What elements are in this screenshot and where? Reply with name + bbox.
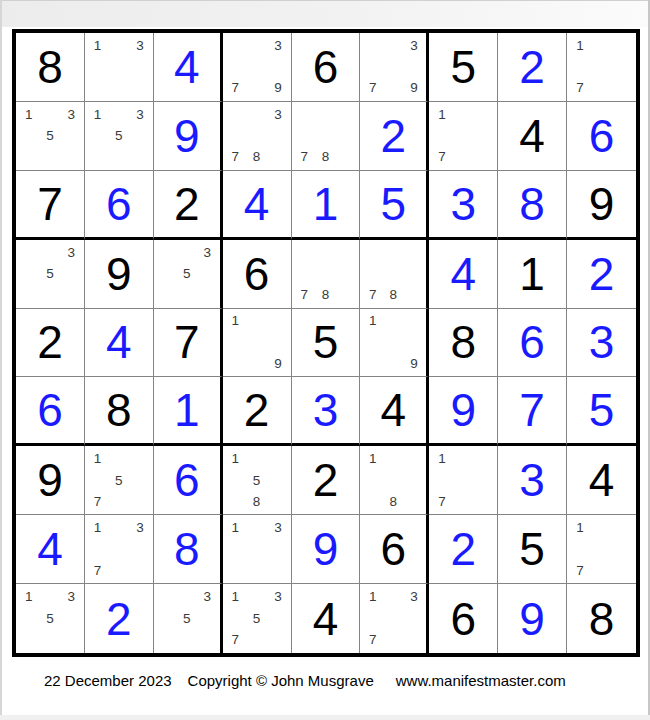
pencil-mark-3: 3 — [267, 586, 288, 608]
solved-digit: 9 — [519, 596, 545, 642]
pencil-mark-8: 8 — [315, 146, 336, 167]
footer: 22 December 2023Copyright © John Musgrav… — [44, 672, 566, 689]
pencil-mark-5: 5 — [246, 608, 267, 630]
pencil-mark-3: 3 — [267, 104, 288, 125]
cell-r2c3[interactable]: 9 — [154, 102, 223, 171]
given-digit: 6 — [313, 44, 339, 90]
solved-digit: 2 — [589, 251, 615, 297]
cell-r3c9[interactable]: 9 — [567, 171, 636, 240]
solved-digit: 6 — [37, 387, 63, 433]
pencil-marks: 137 — [362, 586, 424, 651]
cell-r7c2[interactable]: 157 — [85, 446, 154, 515]
solved-digit: 9 — [313, 526, 339, 572]
cell-r9c4[interactable]: 1357 — [223, 584, 292, 653]
pencil-mark-1: 1 — [569, 35, 591, 56]
pencil-mark-3: 3 — [61, 242, 82, 263]
solved-digit: 4 — [106, 319, 132, 365]
pencil-mark-8: 8 — [246, 491, 267, 512]
footer-copyright: Copyright © John Musgrave — [188, 672, 374, 689]
cell-r8c8[interactable]: 5 — [498, 515, 567, 584]
pencil-marks: 13 — [225, 517, 289, 581]
cell-r7c6[interactable]: 18 — [360, 446, 429, 515]
cell-r4c8[interactable]: 1 — [498, 240, 567, 309]
cell-r6c4[interactable]: 2 — [223, 377, 292, 446]
cell-r8c7[interactable]: 2 — [429, 515, 498, 584]
given-digit: 9 — [37, 457, 63, 503]
pencil-mark-5: 5 — [39, 608, 60, 630]
cell-r4c1[interactable]: 35 — [16, 240, 85, 309]
solved-digit: 1 — [174, 387, 200, 433]
solved-digit: 6 — [589, 113, 615, 159]
pencil-mark-9: 9 — [267, 353, 288, 374]
solved-digit: 3 — [450, 181, 476, 227]
pencil-mark-1: 1 — [362, 311, 383, 332]
pencil-marks: 135 — [18, 586, 82, 651]
cell-r1c3[interactable]: 4 — [154, 33, 223, 102]
pencil-marks: 78 — [362, 242, 424, 306]
pencil-mark-7: 7 — [87, 560, 108, 581]
pencil-marks: 19 — [362, 311, 424, 375]
cell-r6c9[interactable]: 5 — [567, 377, 636, 446]
cell-r5c6[interactable]: 19 — [360, 309, 429, 378]
pencil-mark-7: 7 — [362, 284, 383, 305]
solved-digit: 2 — [106, 596, 132, 642]
pencil-mark-8: 8 — [383, 491, 404, 512]
given-digit: 4 — [589, 457, 615, 503]
pencil-marks: 135 — [87, 104, 151, 168]
cell-r8c5[interactable]: 9 — [292, 515, 361, 584]
cell-r3c2[interactable]: 6 — [85, 171, 154, 240]
given-digit: 7 — [37, 181, 63, 227]
cell-r6c1[interactable]: 6 — [16, 377, 85, 446]
cell-r6c7[interactable]: 9 — [429, 377, 498, 446]
pencil-marks: 378 — [225, 104, 289, 168]
pencil-mark-1: 1 — [18, 104, 39, 125]
solved-digit: 2 — [381, 113, 407, 159]
pencil-mark-1: 1 — [18, 586, 39, 608]
solved-digit: 8 — [519, 181, 545, 227]
solved-digit: 7 — [519, 387, 545, 433]
cell-r4c6[interactable]: 78 — [360, 240, 429, 309]
cell-r1c2[interactable]: 13 — [85, 33, 154, 102]
cell-r4c3[interactable]: 35 — [154, 240, 223, 309]
cell-r6c5[interactable]: 3 — [292, 377, 361, 446]
cell-r4c4[interactable]: 6 — [223, 240, 292, 309]
cell-r9c8[interactable]: 9 — [498, 584, 567, 653]
sudoku-board: 8134379637952171351359378782174676241538… — [12, 29, 640, 657]
cell-r9c3[interactable]: 35 — [154, 584, 223, 653]
cell-r3c4[interactable]: 4 — [223, 171, 292, 240]
pencil-marks: 17 — [569, 35, 634, 99]
given-digit: 6 — [450, 596, 476, 642]
pencil-mark-1: 1 — [431, 104, 452, 125]
cell-r5c8[interactable]: 6 — [498, 309, 567, 378]
cell-r1c5[interactable]: 6 — [292, 33, 361, 102]
cell-r5c4[interactable]: 19 — [223, 309, 292, 378]
pencil-marks: 18 — [362, 448, 424, 512]
solved-digit: 8 — [174, 526, 200, 572]
cell-r2c7[interactable]: 17 — [429, 102, 498, 171]
cell-r6c8[interactable]: 7 — [498, 377, 567, 446]
pencil-mark-5: 5 — [176, 608, 197, 630]
pencil-marks: 35 — [156, 586, 218, 651]
pencil-mark-3: 3 — [404, 35, 425, 56]
cell-r2c8[interactable]: 4 — [498, 102, 567, 171]
pencil-mark-3: 3 — [197, 586, 218, 608]
cell-r8c1[interactable]: 4 — [16, 515, 85, 584]
pencil-mark-7: 7 — [431, 491, 452, 512]
solved-digit: 6 — [519, 319, 545, 365]
pencil-marks: 1357 — [225, 586, 289, 651]
cell-r4c7[interactable]: 4 — [429, 240, 498, 309]
cell-r7c7[interactable]: 17 — [429, 446, 498, 515]
pencil-mark-8: 8 — [246, 146, 267, 167]
pencil-mark-3: 3 — [404, 586, 425, 608]
given-digit: 4 — [313, 596, 339, 642]
cell-r3c7[interactable]: 3 — [429, 171, 498, 240]
pencil-marks: 35 — [18, 242, 82, 306]
pencil-mark-1: 1 — [87, 448, 108, 469]
cell-r5c5[interactable]: 5 — [292, 309, 361, 378]
solved-digit: 3 — [313, 387, 339, 433]
cell-r8c9[interactable]: 17 — [567, 515, 636, 584]
cell-r9c1[interactable]: 135 — [16, 584, 85, 653]
pencil-marks: 158 — [225, 448, 289, 512]
pencil-mark-5: 5 — [176, 263, 197, 284]
given-digit: 2 — [174, 181, 200, 227]
cell-r9c5[interactable]: 4 — [292, 584, 361, 653]
cell-r7c3[interactable]: 6 — [154, 446, 223, 515]
solved-digit: 4 — [450, 251, 476, 297]
cell-r2c6[interactable]: 2 — [360, 102, 429, 171]
pencil-mark-1: 1 — [362, 586, 383, 608]
pencil-marks: 17 — [431, 448, 495, 512]
pencil-mark-1: 1 — [225, 586, 246, 608]
pencil-mark-7: 7 — [225, 78, 246, 99]
given-digit: 8 — [37, 44, 63, 90]
pencil-mark-5: 5 — [108, 125, 129, 146]
pencil-mark-3: 3 — [61, 586, 82, 608]
cell-r9c7[interactable]: 6 — [429, 584, 498, 653]
cell-r2c4[interactable]: 378 — [223, 102, 292, 171]
cell-r4c9[interactable]: 2 — [567, 240, 636, 309]
pencil-mark-7: 7 — [225, 146, 246, 167]
cell-r9c6[interactable]: 137 — [360, 584, 429, 653]
cell-r3c5[interactable]: 1 — [292, 171, 361, 240]
given-digit: 8 — [589, 596, 615, 642]
pencil-mark-7: 7 — [362, 629, 383, 651]
pencil-marks: 379 — [362, 35, 424, 99]
cell-r3c3[interactable]: 2 — [154, 171, 223, 240]
solved-digit: 5 — [589, 387, 615, 433]
given-digit: 9 — [589, 181, 615, 227]
solved-digit: 9 — [174, 113, 200, 159]
given-digit: 8 — [106, 387, 132, 433]
given-digit: 7 — [174, 319, 200, 365]
given-digit: 6 — [381, 526, 407, 572]
given-digit: 9 — [106, 251, 132, 297]
pencil-mark-3: 3 — [129, 35, 150, 56]
pencil-marks: 35 — [156, 242, 218, 306]
pencil-mark-5: 5 — [39, 125, 60, 146]
given-digit: 4 — [519, 113, 545, 159]
pencil-mark-7: 7 — [294, 146, 315, 167]
pencil-mark-3: 3 — [267, 35, 288, 56]
pencil-mark-1: 1 — [225, 311, 246, 332]
cell-r1c9[interactable]: 17 — [567, 33, 636, 102]
cell-r1c7[interactable]: 5 — [429, 33, 498, 102]
cell-r9c2[interactable]: 2 — [85, 584, 154, 653]
solved-digit: 4 — [174, 44, 200, 90]
given-digit: 2 — [37, 319, 63, 365]
cell-r5c1[interactable]: 2 — [16, 309, 85, 378]
pencil-marks: 78 — [294, 104, 358, 168]
pencil-mark-7: 7 — [225, 629, 246, 651]
cell-r7c9[interactable]: 4 — [567, 446, 636, 515]
solved-digit: 6 — [174, 457, 200, 503]
pencil-mark-3: 3 — [267, 517, 288, 538]
pencil-mark-1: 1 — [569, 517, 591, 538]
given-digit: 4 — [381, 387, 407, 433]
pencil-marks: 19 — [225, 311, 289, 375]
cell-r3c8[interactable]: 8 — [498, 171, 567, 240]
pencil-mark-3: 3 — [61, 104, 82, 125]
given-digit: 2 — [313, 457, 339, 503]
page-left-edge — [0, 0, 2, 720]
pencil-mark-1: 1 — [225, 448, 246, 469]
pencil-mark-1: 1 — [225, 517, 246, 538]
pencil-marks: 135 — [18, 104, 82, 168]
pencil-mark-7: 7 — [294, 284, 315, 305]
pencil-marks: 157 — [87, 448, 151, 512]
cell-r3c6[interactable]: 5 — [360, 171, 429, 240]
pencil-mark-1: 1 — [362, 448, 383, 469]
given-digit: 5 — [519, 526, 545, 572]
solved-digit: 9 — [450, 387, 476, 433]
cell-r9c9[interactable]: 8 — [567, 584, 636, 653]
cell-r7c1[interactable]: 9 — [16, 446, 85, 515]
pencil-mark-3: 3 — [197, 242, 218, 263]
footer-website-link[interactable]: www.manifestmaster.com — [396, 672, 566, 689]
cell-r3c1[interactable]: 7 — [16, 171, 85, 240]
pencil-mark-9: 9 — [404, 353, 425, 374]
given-digit: 1 — [519, 251, 545, 297]
cell-r4c5[interactable]: 78 — [292, 240, 361, 309]
cell-r8c3[interactable]: 8 — [154, 515, 223, 584]
pencil-marks: 137 — [87, 517, 151, 581]
footer-date: 22 December 2023 — [44, 672, 172, 689]
given-digit: 5 — [313, 319, 339, 365]
pencil-mark-3: 3 — [129, 104, 150, 125]
given-digit: 8 — [450, 319, 476, 365]
cell-r8c2[interactable]: 137 — [85, 515, 154, 584]
pencil-mark-9: 9 — [404, 78, 425, 99]
cell-r2c5[interactable]: 78 — [292, 102, 361, 171]
cell-r1c6[interactable]: 379 — [360, 33, 429, 102]
solved-digit: 2 — [450, 526, 476, 572]
pencil-mark-8: 8 — [315, 284, 336, 305]
pencil-mark-7: 7 — [431, 146, 452, 167]
given-digit: 2 — [244, 387, 270, 433]
cell-r6c3[interactable]: 1 — [154, 377, 223, 446]
pencil-mark-7: 7 — [362, 78, 383, 99]
pencil-mark-7: 7 — [569, 560, 591, 581]
solved-digit: 3 — [519, 457, 545, 503]
cell-r4c2[interactable]: 9 — [85, 240, 154, 309]
bottom-band — [0, 715, 650, 720]
cell-r8c4[interactable]: 13 — [223, 515, 292, 584]
solved-digit: 1 — [313, 181, 339, 227]
pencil-mark-1: 1 — [431, 448, 452, 469]
cell-r2c9[interactable]: 6 — [567, 102, 636, 171]
given-digit: 6 — [244, 251, 270, 297]
cell-r7c4[interactable]: 158 — [223, 446, 292, 515]
cell-r2c1[interactable]: 135 — [16, 102, 85, 171]
pencil-mark-7: 7 — [569, 78, 591, 99]
pencil-mark-1: 1 — [87, 517, 108, 538]
solved-digit: 4 — [37, 526, 63, 572]
pencil-mark-5: 5 — [108, 470, 129, 491]
solved-digit: 5 — [381, 181, 407, 227]
pencil-marks: 13 — [87, 35, 151, 99]
given-digit: 5 — [450, 44, 476, 90]
top-band — [0, 0, 650, 27]
solved-digit: 3 — [589, 319, 615, 365]
pencil-marks: 17 — [431, 104, 495, 168]
pencil-mark-7: 7 — [87, 491, 108, 512]
cell-r5c2[interactable]: 4 — [85, 309, 154, 378]
cell-r6c6[interactable]: 4 — [360, 377, 429, 446]
pencil-mark-1: 1 — [87, 104, 108, 125]
cell-r2c2[interactable]: 135 — [85, 102, 154, 171]
cell-r1c4[interactable]: 379 — [223, 33, 292, 102]
cell-r7c5[interactable]: 2 — [292, 446, 361, 515]
pencil-mark-8: 8 — [383, 284, 404, 305]
solved-digit: 6 — [106, 181, 132, 227]
solved-digit: 4 — [244, 181, 270, 227]
cell-r5c9[interactable]: 3 — [567, 309, 636, 378]
cell-r7c8[interactable]: 3 — [498, 446, 567, 515]
pencil-marks: 17 — [569, 517, 634, 581]
pencil-mark-1: 1 — [87, 35, 108, 56]
pencil-marks: 379 — [225, 35, 289, 99]
sudoku-page: 8134379637952171351359378782174676241538… — [0, 0, 650, 720]
solved-digit: 2 — [519, 44, 545, 90]
cell-r8c6[interactable]: 6 — [360, 515, 429, 584]
pencil-mark-5: 5 — [246, 470, 267, 491]
pencil-mark-5: 5 — [39, 263, 60, 284]
cell-r6c2[interactable]: 8 — [85, 377, 154, 446]
pencil-mark-3: 3 — [129, 517, 150, 538]
pencil-marks: 78 — [294, 242, 358, 306]
pencil-mark-9: 9 — [267, 78, 288, 99]
cell-r5c3[interactable]: 7 — [154, 309, 223, 378]
cell-r1c1[interactable]: 8 — [16, 33, 85, 102]
cell-r5c7[interactable]: 8 — [429, 309, 498, 378]
cell-r1c8[interactable]: 2 — [498, 33, 567, 102]
